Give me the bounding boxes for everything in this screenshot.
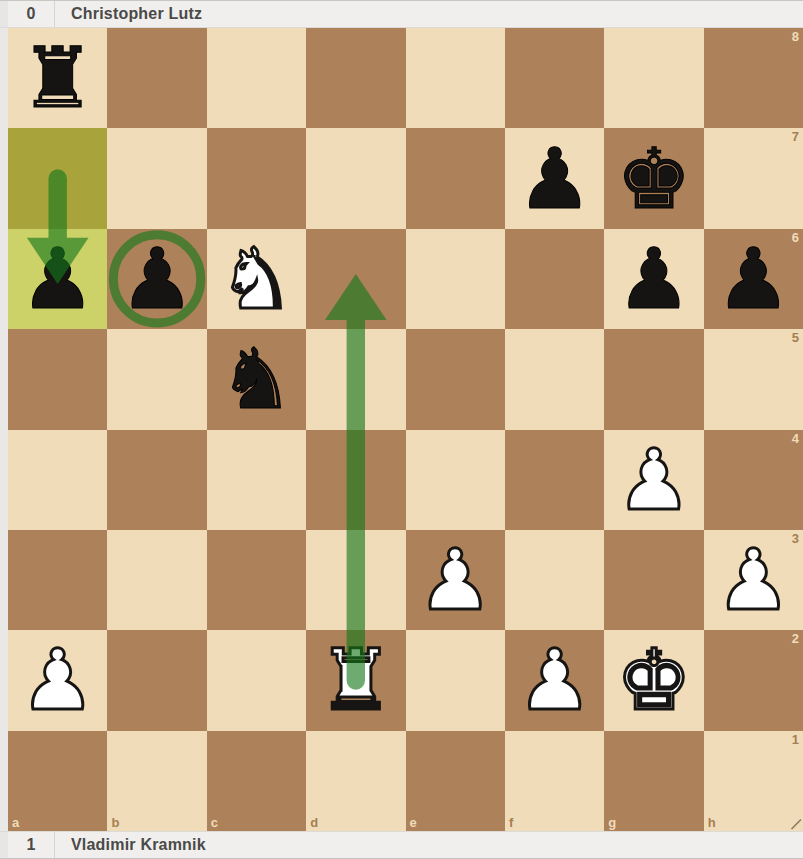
piece-white-pawn[interactable]: ♟ (517, 638, 592, 722)
square-h7[interactable]: 7 (704, 128, 803, 228)
square-h8[interactable]: 8 (704, 28, 803, 128)
square-g1[interactable]: g (604, 731, 703, 831)
piece-black-pawn[interactable]: ♟ (616, 237, 691, 321)
square-d1[interactable]: d (306, 731, 405, 831)
piece-black-pawn[interactable]: ♟ (716, 237, 791, 321)
square-f8[interactable] (505, 28, 604, 128)
piece-black-rook[interactable]: ♜ (20, 36, 95, 120)
square-b1[interactable]: b (107, 731, 206, 831)
square-a7[interactable] (8, 128, 107, 228)
square-a6[interactable]: ♟ (8, 229, 107, 329)
piece-white-pawn[interactable]: ♟ (616, 438, 691, 522)
square-b4[interactable] (107, 430, 206, 530)
piece-white-king[interactable]: ♚ (616, 638, 691, 722)
square-c8[interactable] (207, 28, 306, 128)
square-e8[interactable] (406, 28, 505, 128)
piece-white-pawn[interactable]: ♟ (716, 538, 791, 622)
square-d3[interactable] (306, 530, 405, 630)
file-label-b: b (111, 816, 119, 829)
square-d4[interactable] (306, 430, 405, 530)
square-h6[interactable]: 6♟ (704, 229, 803, 329)
file-label-g: g (608, 816, 616, 829)
rank-label-5: 5 (792, 331, 799, 344)
square-e3[interactable]: ♟ (406, 530, 505, 630)
square-c7[interactable] (207, 128, 306, 228)
square-e5[interactable] (406, 329, 505, 429)
piece-white-pawn[interactable]: ♟ (20, 638, 95, 722)
square-d5[interactable] (306, 329, 405, 429)
square-d6[interactable] (306, 229, 405, 329)
square-c2[interactable] (207, 630, 306, 730)
rank-label-6: 6 (792, 231, 799, 244)
square-e1[interactable]: e (406, 731, 505, 831)
piece-black-pawn[interactable]: ♟ (517, 137, 592, 221)
file-label-h: h (708, 816, 716, 829)
square-g6[interactable]: ♟ (604, 229, 703, 329)
square-a1[interactable]: a (8, 731, 107, 831)
square-c5[interactable]: ♞ (207, 329, 306, 429)
square-c3[interactable] (207, 530, 306, 630)
rank-label-8: 8 (792, 30, 799, 43)
piece-black-knight[interactable]: ♞ (219, 337, 294, 421)
piece-black-pawn[interactable]: ♟ (20, 237, 95, 321)
piece-white-rook[interactable]: ♜ (318, 638, 393, 722)
file-label-e: e (410, 816, 417, 829)
square-f5[interactable] (505, 329, 604, 429)
square-e6[interactable] (406, 229, 505, 329)
piece-black-king[interactable]: ♚ (616, 137, 691, 221)
square-g4[interactable]: ♟ (604, 430, 703, 530)
square-h4[interactable]: 4 (704, 430, 803, 530)
square-a4[interactable] (8, 430, 107, 530)
square-a5[interactable] (8, 329, 107, 429)
square-h1[interactable]: 1h (704, 731, 803, 831)
piece-white-pawn[interactable]: ♟ (418, 538, 493, 622)
square-h5[interactable]: 5 (704, 329, 803, 429)
square-e7[interactable] (406, 128, 505, 228)
square-b3[interactable] (107, 530, 206, 630)
square-e4[interactable] (406, 430, 505, 530)
square-b8[interactable] (107, 28, 206, 128)
rank-label-3: 3 (792, 532, 799, 545)
square-g3[interactable] (604, 530, 703, 630)
square-b5[interactable] (107, 329, 206, 429)
square-b7[interactable] (107, 128, 206, 228)
rank-label-1: 1 (792, 733, 799, 746)
black-score: 0 (8, 1, 55, 27)
square-d2[interactable]: ♜ (306, 630, 405, 730)
square-a2[interactable]: ♟ (8, 630, 107, 730)
file-label-f: f (509, 816, 513, 829)
piece-black-pawn[interactable]: ♟ (119, 237, 194, 321)
white-score: 1 (8, 832, 55, 858)
black-player-bar: 0 Christopher Lutz (0, 0, 803, 28)
rank-label-4: 4 (792, 432, 799, 445)
white-player-name: Vladimir Kramnik (71, 832, 206, 858)
black-player-name: Christopher Lutz (71, 1, 202, 27)
rank-label-2: 2 (792, 632, 799, 645)
rank-label-7: 7 (792, 130, 799, 143)
board-resize-handle[interactable] (789, 817, 803, 831)
square-b2[interactable] (107, 630, 206, 730)
board-squares[interactable]: ♜8♟♚7♟♟♞♟6♟♞5♟4♟3♟♟♜♟♚2abcdefg1h (8, 28, 803, 831)
square-g7[interactable]: ♚ (604, 128, 703, 228)
square-d7[interactable] (306, 128, 405, 228)
square-f2[interactable]: ♟ (505, 630, 604, 730)
square-f3[interactable] (505, 530, 604, 630)
square-g2[interactable]: ♚ (604, 630, 703, 730)
bar-left-pad (0, 832, 8, 858)
square-c6[interactable]: ♞ (207, 229, 306, 329)
square-b6[interactable]: ♟ (107, 229, 206, 329)
chess-board[interactable]: ♜8♟♚7♟♟♞♟6♟♞5♟4♟3♟♟♜♟♚2abcdefg1h (8, 28, 803, 831)
square-d8[interactable] (306, 28, 405, 128)
file-label-d: d (310, 816, 318, 829)
square-f1[interactable]: f (505, 731, 604, 831)
square-g5[interactable] (604, 329, 703, 429)
chess-app-window: 0 Christopher Lutz ♜8♟♚7♟♟♞♟6♟♞5♟4♟3♟♟♜♟… (0, 0, 803, 859)
piece-white-knight[interactable]: ♞ (219, 237, 294, 321)
bar-left-pad (0, 1, 8, 27)
square-e2[interactable] (406, 630, 505, 730)
square-f4[interactable] (505, 430, 604, 530)
square-a3[interactable] (8, 530, 107, 630)
square-c4[interactable] (207, 430, 306, 530)
white-player-bar: 1 Vladimir Kramnik (0, 831, 803, 859)
square-c1[interactable]: c (207, 731, 306, 831)
square-h2[interactable]: 2 (704, 630, 803, 730)
square-g8[interactable] (604, 28, 703, 128)
file-label-a: a (12, 816, 19, 829)
square-f7[interactable]: ♟ (505, 128, 604, 228)
square-h3[interactable]: 3♟ (704, 530, 803, 630)
square-f6[interactable] (505, 229, 604, 329)
square-a8[interactable]: ♜ (8, 28, 107, 128)
file-label-c: c (211, 816, 218, 829)
